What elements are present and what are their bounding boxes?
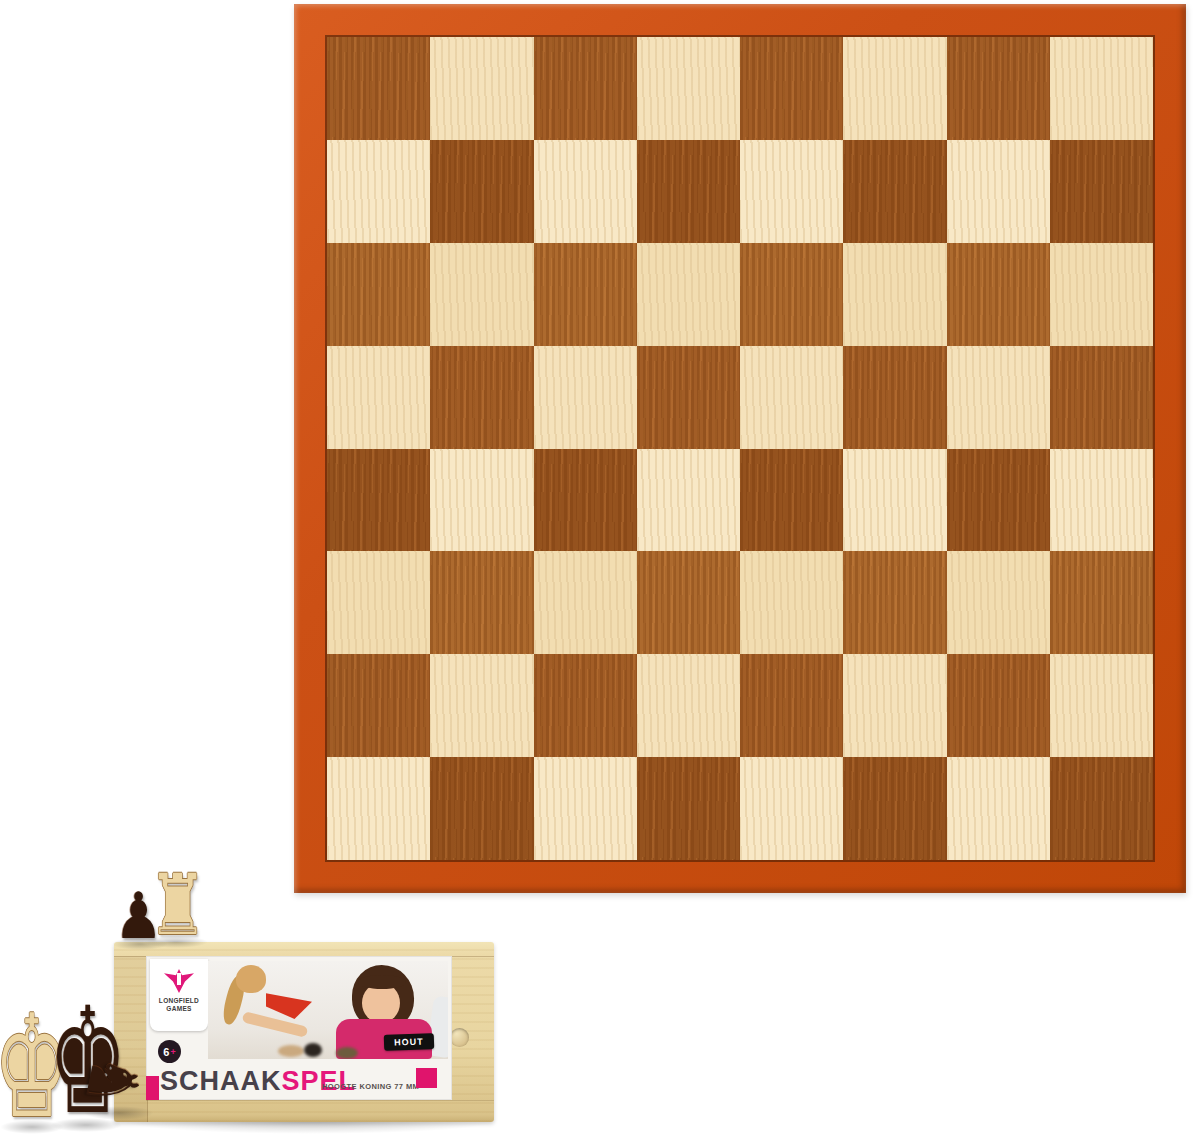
- board-square: [637, 37, 740, 140]
- material-badge: HOUT: [384, 1033, 435, 1051]
- board-square: [740, 654, 843, 757]
- board-square: [430, 654, 533, 757]
- board-square: [843, 757, 946, 860]
- board-square: [947, 346, 1050, 449]
- age-badge: 6 +: [158, 1040, 181, 1063]
- board-square: [430, 757, 533, 860]
- board-square: [947, 449, 1050, 552]
- board-square: [637, 757, 740, 860]
- brand-line1: LONGFIELD: [159, 997, 199, 1005]
- photo-blur-piece: [336, 1047, 358, 1059]
- board-square: [534, 37, 637, 140]
- board-square: [430, 37, 533, 140]
- board-square: [843, 551, 946, 654]
- board-square: [534, 654, 637, 757]
- board-square: [843, 346, 946, 449]
- board-square: [947, 654, 1050, 757]
- board-square: [327, 243, 430, 346]
- board-square: [740, 449, 843, 552]
- board-square: [534, 346, 637, 449]
- photo-blur-piece: [304, 1043, 322, 1057]
- photo-blur-piece: [278, 1045, 304, 1057]
- board-square: [637, 654, 740, 757]
- board-square: [534, 757, 637, 860]
- age-plus: +: [170, 1047, 175, 1057]
- board-square: [843, 243, 946, 346]
- board-square: [327, 551, 430, 654]
- brand-line2: GAMES: [159, 1005, 199, 1013]
- board-square: [637, 140, 740, 243]
- board-square: [534, 243, 637, 346]
- board-square: [1050, 551, 1153, 654]
- board-square: [430, 449, 533, 552]
- board-square: [534, 140, 637, 243]
- brand-name: LONGFIELD GAMES: [159, 997, 199, 1013]
- box-finger-hole: [450, 1028, 469, 1047]
- board-square: [1050, 140, 1153, 243]
- photo-girl-face: [362, 983, 400, 1023]
- board-square: [947, 243, 1050, 346]
- board-square: [534, 449, 637, 552]
- board-square: [1050, 37, 1153, 140]
- board-square: [637, 346, 740, 449]
- board-square: [1050, 654, 1153, 757]
- loose-rook-light: ♜: [148, 863, 208, 947]
- board-square: [327, 37, 430, 140]
- board-square: [740, 346, 843, 449]
- board-square: [947, 551, 1050, 654]
- board-square: [327, 346, 430, 449]
- title-dark-part: SCHAAK: [160, 1066, 282, 1096]
- accent-square-right: [416, 1068, 437, 1088]
- chess-board: [294, 4, 1186, 893]
- board-square: [740, 37, 843, 140]
- box-label: LONGFIELD GAMES HOUT 6 + S: [146, 956, 452, 1100]
- board-grid: [327, 37, 1153, 860]
- board-square: [1050, 346, 1153, 449]
- title-pink-part: SPEL: [282, 1066, 357, 1096]
- box-bottom-seam: [146, 1100, 494, 1101]
- board-square: [637, 449, 740, 552]
- board-square: [1050, 757, 1153, 860]
- board-square: [430, 346, 533, 449]
- board-square: [430, 551, 533, 654]
- board-square: [534, 551, 637, 654]
- board-square: [430, 140, 533, 243]
- board-square: [637, 243, 740, 346]
- board-square: [740, 551, 843, 654]
- board-square: [843, 37, 946, 140]
- product-subtitle: HOOGTE KONING 77 MM: [322, 1082, 419, 1091]
- board-square: [843, 654, 946, 757]
- board-square: [740, 243, 843, 346]
- title-band: SCHAAKSPEL HOOGTE KONING 77 MM: [146, 1068, 452, 1100]
- board-square: [327, 449, 430, 552]
- product-photo: LONGFIELD GAMES HOUT 6 + S: [0, 0, 1200, 1139]
- board-square: [327, 654, 430, 757]
- photo-red-cone: [266, 991, 312, 1019]
- age-number: 6: [163, 1046, 169, 1058]
- board-square: [1050, 449, 1153, 552]
- board-square: [327, 757, 430, 860]
- board-square: [1050, 243, 1153, 346]
- board-square: [637, 551, 740, 654]
- board-square: [947, 757, 1050, 860]
- material-badge-label: HOUT: [394, 1036, 424, 1047]
- board-square: [843, 140, 946, 243]
- board-square: [740, 757, 843, 860]
- board-square: [843, 449, 946, 552]
- photo-child-head: [236, 965, 266, 993]
- board-square: [740, 140, 843, 243]
- board-square: [947, 37, 1050, 140]
- longfield-emblem-icon: [164, 969, 194, 993]
- board-square: [947, 140, 1050, 243]
- board-square: [430, 243, 533, 346]
- brand-logo: LONGFIELD GAMES: [150, 959, 208, 1031]
- board-square: [327, 140, 430, 243]
- photo-girl-fringe: [358, 975, 406, 989]
